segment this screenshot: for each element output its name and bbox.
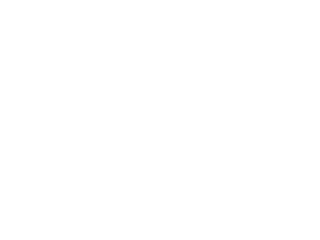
go-board — [0, 0, 100, 100]
